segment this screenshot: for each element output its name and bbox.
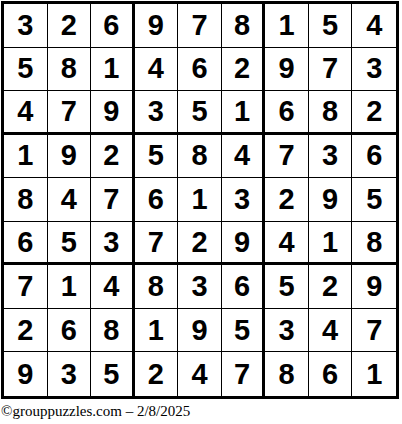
cell-r1c5[interactable]: 7 [178,4,222,48]
cell-r9c1[interactable]: 9 [4,352,48,396]
cell-r8c7[interactable]: 3 [265,309,309,353]
cell-r5c9[interactable]: 5 [352,178,396,222]
cell-r4c1[interactable]: 1 [4,135,48,179]
cell-r3c4[interactable]: 3 [135,91,179,135]
cell-r6c9[interactable]: 8 [352,222,396,266]
cell-r1c1[interactable]: 3 [4,4,48,48]
cell-r8c1[interactable]: 2 [4,309,48,353]
cell-r8c3[interactable]: 8 [91,309,135,353]
cell-r2c9[interactable]: 3 [352,48,396,92]
cell-r3c3[interactable]: 9 [91,91,135,135]
cell-r4c4[interactable]: 5 [135,135,179,179]
cell-r4c8[interactable]: 3 [309,135,353,179]
sudoku-grid: 3269781545814629734793516821925847368476… [1,1,399,399]
cell-r7c8[interactable]: 2 [309,265,353,309]
cell-r9c8[interactable]: 6 [309,352,353,396]
cell-r9c2[interactable]: 3 [48,352,92,396]
cell-r3c7[interactable]: 6 [265,91,309,135]
cell-r6c4[interactable]: 7 [135,222,179,266]
cell-r3c1[interactable]: 4 [4,91,48,135]
sudoku-board: 3269781545814629734793516821925847368476… [1,1,399,399]
cell-r3c8[interactable]: 8 [309,91,353,135]
cell-r2c4[interactable]: 4 [135,48,179,92]
cell-r7c3[interactable]: 4 [91,265,135,309]
cell-r2c1[interactable]: 5 [4,48,48,92]
cell-r3c2[interactable]: 7 [48,91,92,135]
cell-r2c2[interactable]: 8 [48,48,92,92]
cell-r6c5[interactable]: 2 [178,222,222,266]
cell-r5c6[interactable]: 3 [222,178,266,222]
cell-r9c6[interactable]: 7 [222,352,266,396]
cell-r1c3[interactable]: 6 [91,4,135,48]
cell-r3c9[interactable]: 2 [352,91,396,135]
cell-r9c5[interactable]: 4 [178,352,222,396]
cell-r4c7[interactable]: 7 [265,135,309,179]
cell-r6c8[interactable]: 1 [309,222,353,266]
cell-r2c6[interactable]: 2 [222,48,266,92]
cell-r3c5[interactable]: 5 [178,91,222,135]
cell-r9c9[interactable]: 1 [352,352,396,396]
cell-r7c6[interactable]: 6 [222,265,266,309]
cell-r5c5[interactable]: 1 [178,178,222,222]
cell-r1c2[interactable]: 2 [48,4,92,48]
cell-r5c1[interactable]: 8 [4,178,48,222]
cell-r8c9[interactable]: 7 [352,309,396,353]
cell-r5c2[interactable]: 4 [48,178,92,222]
cell-r1c4[interactable]: 9 [135,4,179,48]
cell-r1c8[interactable]: 5 [309,4,353,48]
cell-r2c8[interactable]: 7 [309,48,353,92]
cell-r4c3[interactable]: 2 [91,135,135,179]
cell-r7c7[interactable]: 5 [265,265,309,309]
cell-r8c5[interactable]: 9 [178,309,222,353]
cell-r1c7[interactable]: 1 [265,4,309,48]
cell-r5c4[interactable]: 6 [135,178,179,222]
cell-r7c1[interactable]: 7 [4,265,48,309]
cell-r1c6[interactable]: 8 [222,4,266,48]
cell-r2c5[interactable]: 6 [178,48,222,92]
page-root: { "game": "sudoku", "state": "solved", "… [0,0,402,424]
cell-r7c9[interactable]: 9 [352,265,396,309]
cell-r7c2[interactable]: 1 [48,265,92,309]
cell-r9c3[interactable]: 5 [91,352,135,396]
cell-r1c9[interactable]: 4 [352,4,396,48]
cell-r8c4[interactable]: 1 [135,309,179,353]
cell-r7c5[interactable]: 3 [178,265,222,309]
cell-r9c4[interactable]: 2 [135,352,179,396]
cell-r5c8[interactable]: 9 [309,178,353,222]
cell-r6c1[interactable]: 6 [4,222,48,266]
cell-r2c3[interactable]: 1 [91,48,135,92]
cell-r5c7[interactable]: 2 [265,178,309,222]
cell-r9c7[interactable]: 8 [265,352,309,396]
cell-r7c4[interactable]: 8 [135,265,179,309]
cell-r8c6[interactable]: 5 [222,309,266,353]
cell-r6c6[interactable]: 9 [222,222,266,266]
cell-r5c3[interactable]: 7 [91,178,135,222]
copyright-line: ©grouppuzzles.com – 2/8/2025 [1,403,190,420]
cell-r6c7[interactable]: 4 [265,222,309,266]
cell-r3c6[interactable]: 1 [222,91,266,135]
cell-r6c2[interactable]: 5 [48,222,92,266]
cell-r2c7[interactable]: 9 [265,48,309,92]
cell-r6c3[interactable]: 3 [91,222,135,266]
cell-r4c6[interactable]: 4 [222,135,266,179]
cell-r4c9[interactable]: 6 [352,135,396,179]
cell-r4c5[interactable]: 8 [178,135,222,179]
cell-r8c8[interactable]: 4 [309,309,353,353]
cell-r4c2[interactable]: 9 [48,135,92,179]
cell-r8c2[interactable]: 6 [48,309,92,353]
